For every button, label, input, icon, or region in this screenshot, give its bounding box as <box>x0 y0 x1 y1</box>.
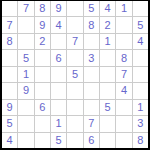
sudoku-cell-r5c7[interactable] <box>100 67 115 82</box>
sudoku-cell-r9c5[interactable] <box>67 133 82 148</box>
sudoku-cell-r6c2: 9 <box>18 83 33 98</box>
sudoku-cell-r2c2[interactable] <box>18 17 33 32</box>
sudoku-cell-r2c5[interactable] <box>67 17 82 32</box>
sudoku-cell-r3c6[interactable] <box>84 34 99 49</box>
sudoku-cell-r6c7[interactable] <box>100 83 115 98</box>
sudoku-cell-r1c6: 5 <box>84 1 99 16</box>
sudoku-cell-r9c8[interactable] <box>116 133 131 148</box>
sudoku-cell-r8c6: 7 <box>84 116 99 131</box>
sudoku-cell-r8c4: 1 <box>51 116 66 131</box>
sudoku-cell-r9c4: 5 <box>51 133 66 148</box>
sudoku-cell-r1c5[interactable] <box>67 1 82 16</box>
sudoku-cell-r2c1: 7 <box>2 17 17 32</box>
sudoku-cell-r7c4[interactable] <box>51 100 66 115</box>
sudoku-cell-r9c2[interactable] <box>18 133 33 148</box>
sudoku-cell-r8c9: 3 <box>133 116 148 131</box>
sudoku-cell-r2c8[interactable] <box>116 17 131 32</box>
sudoku-cell-r5c9[interactable] <box>133 67 148 82</box>
sudoku-cell-r4c6: 3 <box>84 50 99 65</box>
sudoku-cell-r6c3[interactable] <box>35 83 50 98</box>
sudoku-cell-r3c5: 7 <box>67 34 82 49</box>
sudoku-cell-r9c1: 4 <box>2 133 17 148</box>
sudoku-cell-r4c3[interactable] <box>35 50 50 65</box>
sudoku-cell-r1c3: 8 <box>35 1 50 16</box>
sudoku-cell-r1c9[interactable] <box>133 1 148 16</box>
sudoku-cell-r3c8[interactable] <box>116 34 131 49</box>
sudoku-cell-r2c6: 8 <box>84 17 99 32</box>
sudoku-cell-r1c4: 9 <box>51 1 66 16</box>
sudoku-cell-r8c8[interactable] <box>116 116 131 131</box>
sudoku-cell-r2c7: 2 <box>100 17 115 32</box>
sudoku-cell-r7c8[interactable] <box>116 100 131 115</box>
sudoku-cell-r9c9: 8 <box>133 133 148 148</box>
sudoku-cell-r9c6: 6 <box>84 133 99 148</box>
sudoku-cell-r4c9[interactable] <box>133 50 148 65</box>
sudoku-cell-r6c6[interactable] <box>84 83 99 98</box>
sudoku-cell-r4c5[interactable] <box>67 50 82 65</box>
sudoku-cell-r4c1[interactable] <box>2 50 17 65</box>
sudoku-cell-r5c6[interactable] <box>84 67 99 82</box>
sudoku-cell-r4c8: 8 <box>116 50 131 65</box>
sudoku-cell-r8c7[interactable] <box>100 116 115 131</box>
sudoku-cell-r8c1: 5 <box>2 116 17 131</box>
sudoku-cell-r1c2: 7 <box>18 1 33 16</box>
sudoku-cell-r7c2[interactable] <box>18 100 33 115</box>
sudoku-cell-r8c5[interactable] <box>67 116 82 131</box>
sudoku-cell-r4c7[interactable] <box>100 50 115 65</box>
sudoku-cell-r6c9[interactable] <box>133 83 148 98</box>
sudoku-cell-r5c2: 1 <box>18 67 33 82</box>
sudoku-cell-r2c9: 5 <box>133 17 148 32</box>
sudoku-cell-r3c2[interactable] <box>18 34 33 49</box>
sudoku-cell-r7c9: 1 <box>133 100 148 115</box>
sudoku-puzzle: 78954179482582714563815794965151734568 <box>0 0 150 150</box>
sudoku-cell-r7c7: 5 <box>100 100 115 115</box>
sudoku-cell-r6c1[interactable] <box>2 83 17 98</box>
sudoku-cell-r5c3[interactable] <box>35 67 50 82</box>
sudoku-cell-r5c1[interactable] <box>2 67 17 82</box>
sudoku-cell-r6c4[interactable] <box>51 83 66 98</box>
sudoku-cell-r2c3: 9 <box>35 17 50 32</box>
sudoku-cell-r7c3: 6 <box>35 100 50 115</box>
sudoku-cell-r5c8: 7 <box>116 67 131 82</box>
sudoku-cell-r3c4[interactable] <box>51 34 66 49</box>
sudoku-cell-r9c7[interactable] <box>100 133 115 148</box>
sudoku-cell-r7c6[interactable] <box>84 100 99 115</box>
sudoku-cell-r1c1[interactable] <box>2 1 17 16</box>
sudoku-cell-r7c5[interactable] <box>67 100 82 115</box>
sudoku-cell-r1c7: 4 <box>100 1 115 16</box>
sudoku-cell-r8c3[interactable] <box>35 116 50 131</box>
sudoku-cell-r6c5[interactable] <box>67 83 82 98</box>
sudoku-cell-r8c2[interactable] <box>18 116 33 131</box>
sudoku-board: 78954179482582714563815794965151734568 <box>0 0 150 150</box>
sudoku-cell-r6c8: 4 <box>116 83 131 98</box>
sudoku-cell-r3c1: 8 <box>2 34 17 49</box>
sudoku-cell-r9c3[interactable] <box>35 133 50 148</box>
sudoku-cell-r4c4: 6 <box>51 50 66 65</box>
sudoku-cell-r3c9: 4 <box>133 34 148 49</box>
sudoku-cell-r4c2: 5 <box>18 50 33 65</box>
sudoku-cell-r1c8: 1 <box>116 1 131 16</box>
sudoku-cell-r3c7: 1 <box>100 34 115 49</box>
sudoku-cell-r5c4[interactable] <box>51 67 66 82</box>
sudoku-cell-r3c3: 2 <box>35 34 50 49</box>
sudoku-cell-r5c5: 5 <box>67 67 82 82</box>
sudoku-cell-r7c1: 9 <box>2 100 17 115</box>
sudoku-cell-r2c4: 4 <box>51 17 66 32</box>
